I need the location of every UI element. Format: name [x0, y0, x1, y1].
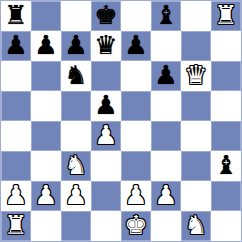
square-h1[interactable]	[211, 211, 241, 241]
white-pawn-piece: ♟	[34, 182, 57, 208]
square-c8[interactable]	[61, 1, 91, 31]
square-e7[interactable]: ♟	[121, 31, 151, 61]
square-g2[interactable]	[181, 181, 211, 211]
square-c1[interactable]	[61, 211, 91, 241]
square-e1[interactable]: ♚	[121, 211, 151, 241]
square-a2[interactable]: ♟	[1, 181, 31, 211]
black-bishop-piece: ♝	[154, 2, 177, 28]
white-pawn-piece: ♟	[124, 182, 147, 208]
square-a8[interactable]: ♜	[1, 1, 31, 31]
chess-diagram: ♜♚♝♜♟♟♟♛♟♞♟♛♟♟♞♝♟♟♟♟♟♜♚♞	[0, 0, 242, 242]
square-f8[interactable]: ♝	[151, 1, 181, 31]
white-knight-piece: ♞	[184, 212, 207, 238]
square-c3[interactable]: ♞	[61, 151, 91, 181]
black-queen-piece: ♛	[94, 32, 117, 58]
square-f2[interactable]: ♟	[151, 181, 181, 211]
square-f3[interactable]	[151, 151, 181, 181]
square-d7[interactable]: ♛	[91, 31, 121, 61]
white-rook-piece: ♜	[4, 212, 27, 238]
white-knight-piece: ♞	[64, 152, 87, 178]
white-queen-piece: ♛	[184, 62, 207, 88]
square-b2[interactable]: ♟	[31, 181, 61, 211]
square-a6[interactable]	[1, 61, 31, 91]
square-b8[interactable]	[31, 1, 61, 31]
black-pawn-piece: ♟	[94, 92, 117, 118]
square-g7[interactable]	[181, 31, 211, 61]
black-pawn-piece: ♟	[64, 32, 87, 58]
square-h5[interactable]	[211, 91, 241, 121]
black-pawn-piece: ♟	[4, 32, 27, 58]
white-pawn-piece: ♟	[64, 182, 87, 208]
square-c6[interactable]: ♞	[61, 61, 91, 91]
white-pawn-piece: ♟	[154, 182, 177, 208]
white-king-piece: ♚	[124, 212, 147, 238]
square-h7[interactable]	[211, 31, 241, 61]
black-knight-piece: ♞	[64, 62, 87, 88]
square-a7[interactable]: ♟	[1, 31, 31, 61]
square-b1[interactable]	[31, 211, 61, 241]
square-d3[interactable]	[91, 151, 121, 181]
square-g8[interactable]	[181, 1, 211, 31]
white-rook-piece: ♜	[214, 2, 237, 28]
square-e8[interactable]	[121, 1, 151, 31]
square-a1[interactable]: ♜	[1, 211, 31, 241]
white-pawn-piece: ♟	[4, 182, 27, 208]
square-f1[interactable]	[151, 211, 181, 241]
square-a3[interactable]	[1, 151, 31, 181]
square-h3[interactable]: ♝	[211, 151, 241, 181]
square-f7[interactable]	[151, 31, 181, 61]
square-f5[interactable]	[151, 91, 181, 121]
square-d1[interactable]	[91, 211, 121, 241]
square-e5[interactable]	[121, 91, 151, 121]
square-g1[interactable]: ♞	[181, 211, 211, 241]
square-d6[interactable]	[91, 61, 121, 91]
square-c7[interactable]: ♟	[61, 31, 91, 61]
square-g4[interactable]	[181, 121, 211, 151]
square-f6[interactable]: ♟	[151, 61, 181, 91]
square-h8[interactable]: ♜	[211, 1, 241, 31]
square-g5[interactable]	[181, 91, 211, 121]
square-d5[interactable]: ♟	[91, 91, 121, 121]
square-e6[interactable]	[121, 61, 151, 91]
square-g6[interactable]: ♛	[181, 61, 211, 91]
square-h4[interactable]	[211, 121, 241, 151]
square-d4[interactable]: ♟	[91, 121, 121, 151]
black-pawn-piece: ♟	[34, 32, 57, 58]
square-c5[interactable]	[61, 91, 91, 121]
square-b6[interactable]	[31, 61, 61, 91]
black-bishop-piece: ♝	[214, 152, 237, 178]
square-b7[interactable]: ♟	[31, 31, 61, 61]
square-b5[interactable]	[31, 91, 61, 121]
square-b3[interactable]	[31, 151, 61, 181]
square-e2[interactable]: ♟	[121, 181, 151, 211]
square-f4[interactable]	[151, 121, 181, 151]
square-h2[interactable]	[211, 181, 241, 211]
square-g3[interactable]	[181, 151, 211, 181]
chess-board: ♜♚♝♜♟♟♟♛♟♞♟♛♟♟♞♝♟♟♟♟♟♜♚♞	[0, 0, 242, 242]
square-c2[interactable]: ♟	[61, 181, 91, 211]
square-d8[interactable]: ♚	[91, 1, 121, 31]
square-a4[interactable]	[1, 121, 31, 151]
black-rook-piece: ♜	[4, 2, 27, 28]
square-b4[interactable]	[31, 121, 61, 151]
black-king-piece: ♚	[94, 2, 117, 28]
black-pawn-piece: ♟	[154, 62, 177, 88]
square-a5[interactable]	[1, 91, 31, 121]
square-h6[interactable]	[211, 61, 241, 91]
black-pawn-piece: ♟	[124, 32, 147, 58]
square-d2[interactable]	[91, 181, 121, 211]
square-e4[interactable]	[121, 121, 151, 151]
square-c4[interactable]	[61, 121, 91, 151]
square-e3[interactable]	[121, 151, 151, 181]
white-pawn-piece: ♟	[94, 122, 117, 148]
